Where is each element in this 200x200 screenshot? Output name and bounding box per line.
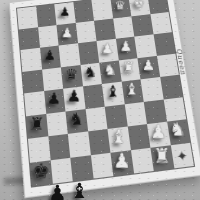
piece-white-bishop-e3: ♝ bbox=[125, 82, 140, 98]
square-b8 bbox=[19, 27, 40, 50]
square-h2: ♜ bbox=[150, 145, 174, 171]
piece-white-rook-d3: ♜ bbox=[122, 61, 136, 76]
piece-white-rook-h2: ♜ bbox=[153, 145, 171, 165]
captured-black-pawn: ♟ bbox=[48, 183, 67, 200]
square-e5 bbox=[83, 84, 105, 109]
square-g7 bbox=[48, 134, 70, 160]
piece-black-king-h8: ♚ bbox=[32, 160, 50, 180]
square-f5 bbox=[85, 106, 107, 131]
square-d8 bbox=[22, 69, 43, 93]
square-f6: ♞ bbox=[65, 109, 87, 134]
square-h4: ♟ bbox=[110, 150, 133, 176]
square-g1: ♞ bbox=[167, 119, 190, 145]
square-c1 bbox=[153, 32, 175, 55]
piece-black-knight-f6: ♞ bbox=[68, 110, 84, 127]
square-d6: ♛ bbox=[61, 65, 83, 89]
piece-white-knight-d4: ♞ bbox=[103, 63, 116, 78]
piece-black-pawn-a6: ♟ bbox=[59, 6, 70, 18]
square-d5: ♞ bbox=[80, 62, 102, 86]
piece-black-rook-f8: ♜ bbox=[29, 115, 45, 132]
square-b1 bbox=[150, 12, 172, 35]
square-h6 bbox=[70, 155, 93, 181]
piece-white-pawn-h4: ♟ bbox=[113, 150, 131, 170]
piece-white-pawn-g2: ♟ bbox=[150, 123, 167, 142]
piece-white-pawn-b6: ♟ bbox=[61, 26, 73, 39]
square-a7 bbox=[36, 4, 57, 27]
square-b7 bbox=[38, 25, 59, 48]
piece-white-king-a2: ♚ bbox=[133, 0, 144, 9]
chess-photo: ♟♛♚♟♟♟♟♛♞♞♜♟♟♟♝♝♜♞♝♟♞♚♟♜✦ Queen ♟♝ bbox=[0, 0, 200, 200]
square-h1: ✦ bbox=[170, 142, 194, 168]
piece-white-bishop-g4: ♝ bbox=[110, 128, 127, 147]
square-c5 bbox=[78, 41, 100, 65]
chess-board: ♟♛♚♟♟♟♟♛♞♞♜♟♟♟♝♝♜♞♝♟♞♚♟♜✦ Queen bbox=[9, 0, 200, 198]
piece-white-pawn-c3: ♟ bbox=[120, 40, 133, 54]
square-a6: ♟ bbox=[54, 2, 75, 25]
compass-rose-icon: ✦ bbox=[175, 148, 188, 163]
piece-white-pawn-c4: ♟ bbox=[101, 42, 114, 56]
square-f8: ♜ bbox=[26, 113, 48, 138]
square-b6: ♟ bbox=[56, 22, 77, 45]
square-a5 bbox=[73, 0, 94, 22]
captured-black-bishop: ♝ bbox=[70, 181, 89, 200]
square-a8 bbox=[17, 6, 38, 29]
square-c6 bbox=[59, 43, 80, 67]
square-c7: ♟ bbox=[40, 46, 61, 70]
square-f7 bbox=[46, 111, 68, 136]
piece-black-knight-d5: ♞ bbox=[84, 65, 97, 80]
square-e7: ♟ bbox=[44, 89, 66, 114]
piece-white-knight-g1: ♞ bbox=[169, 120, 186, 139]
piece-black-pawn-e7: ♟ bbox=[47, 91, 62, 107]
square-e6: ♟ bbox=[63, 86, 85, 111]
piece-white-queen-a3: ♛ bbox=[115, 0, 126, 11]
board-grid: ♟♛♚♟♟♟♟♛♞♞♜♟♟♟♝♝♜♞♝♟♞♚♟♜✦ bbox=[17, 0, 194, 186]
square-c8 bbox=[20, 48, 41, 72]
square-e1 bbox=[160, 75, 183, 99]
square-b5 bbox=[75, 20, 96, 43]
square-a4 bbox=[91, 0, 112, 20]
piece-black-queen-d6: ♛ bbox=[65, 68, 79, 83]
square-g6 bbox=[68, 131, 91, 157]
square-e8 bbox=[24, 91, 46, 116]
piece-black-pawn-e6: ♟ bbox=[66, 89, 81, 105]
piece-black-pawn-c7: ♟ bbox=[43, 49, 56, 63]
piece-white-pawn-d2: ♟ bbox=[141, 58, 155, 72]
square-d7 bbox=[42, 67, 64, 91]
piece-black-bishop-e4: ♝ bbox=[106, 84, 120, 100]
